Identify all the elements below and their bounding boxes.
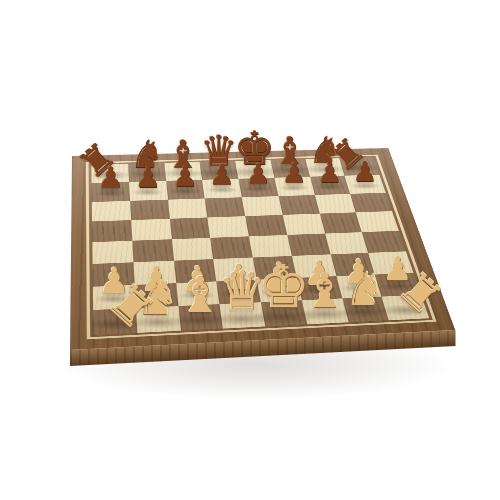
pieces-layer: ♜♞♝♛♚♝♞♜♟♟♟♟♟♟♟♟♟♟♟♟♟♟♟♟♜♞♝♛♚♝♞♜ [0, 0, 500, 500]
piece-black-pawn-f7[interactable]: ♟ [282, 160, 307, 188]
piece-black-pawn-c7[interactable]: ♟ [172, 162, 198, 191]
piece-black-pawn-g7[interactable]: ♟ [317, 159, 342, 187]
piece-white-rook-h1[interactable]: ♜ [385, 265, 425, 310]
piece-black-pawn-a7[interactable]: ♟ [97, 164, 123, 193]
chessboard-scene: ♜♞♝♛♚♝♞♜♟♟♟♟♟♟♟♟♟♟♟♟♟♟♟♟♜♞♝♛♚♝♞♜ [0, 0, 500, 500]
piece-white-queen-d1[interactable]: ♛ [218, 264, 266, 318]
piece-black-pawn-h7[interactable]: ♟ [353, 158, 378, 186]
piece-white-rook-a1[interactable]: ♜ [94, 277, 137, 325]
piece-black-pawn-b7[interactable]: ♟ [135, 163, 161, 192]
piece-black-pawn-d7[interactable]: ♟ [209, 162, 235, 190]
piece-white-knight-g1[interactable]: ♞ [344, 266, 386, 312]
piece-black-pawn-e7[interactable]: ♟ [245, 161, 270, 189]
piece-white-bishop-c1[interactable]: ♝ [178, 271, 222, 320]
